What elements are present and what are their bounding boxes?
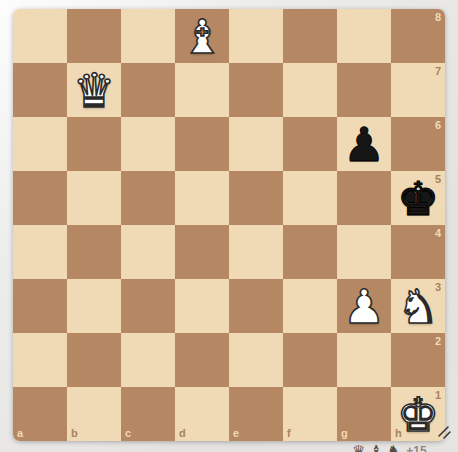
square-d4[interactable] xyxy=(175,225,229,279)
chess-board: ♝8♛7♟65♚4♟3♞2abcdefgh1♚ xyxy=(13,9,445,441)
file-label-g: g xyxy=(341,427,348,439)
square-b8[interactable] xyxy=(67,9,121,63)
square-c4[interactable] xyxy=(121,225,175,279)
square-g1[interactable]: g xyxy=(337,387,391,441)
square-c1[interactable]: c xyxy=(121,387,175,441)
square-a8[interactable] xyxy=(13,9,67,63)
square-f2[interactable] xyxy=(283,333,337,387)
square-a6[interactable] xyxy=(13,117,67,171)
square-c3[interactable] xyxy=(121,279,175,333)
square-d1[interactable]: d xyxy=(175,387,229,441)
square-c6[interactable] xyxy=(121,117,175,171)
black-king[interactable]: ♚ xyxy=(391,171,445,225)
square-g5[interactable] xyxy=(337,171,391,225)
square-f6[interactable] xyxy=(283,117,337,171)
square-g2[interactable] xyxy=(337,333,391,387)
square-e1[interactable]: e xyxy=(229,387,283,441)
square-b1[interactable]: b xyxy=(67,387,121,441)
square-h6[interactable]: 6 xyxy=(391,117,445,171)
square-h8[interactable]: 8 xyxy=(391,9,445,63)
captured-knight-icon: ♞ xyxy=(387,444,400,452)
board-resize-handle[interactable] xyxy=(435,423,453,441)
file-label-e: e xyxy=(233,427,239,439)
square-c8[interactable] xyxy=(121,9,175,63)
black-pawn[interactable]: ♟ xyxy=(337,117,391,171)
square-f3[interactable] xyxy=(283,279,337,333)
rank-label-7: 7 xyxy=(435,65,441,77)
file-label-d: d xyxy=(179,427,186,439)
square-d2[interactable] xyxy=(175,333,229,387)
square-h3[interactable]: 3♞ xyxy=(391,279,445,333)
square-a3[interactable] xyxy=(13,279,67,333)
white-pawn[interactable]: ♟ xyxy=(337,279,391,333)
square-h7[interactable]: 7 xyxy=(391,63,445,117)
square-f1[interactable]: f xyxy=(283,387,337,441)
white-bishop[interactable]: ♝ xyxy=(175,9,229,63)
rank-label-8: 8 xyxy=(435,11,441,23)
file-label-c: c xyxy=(125,427,131,439)
square-g7[interactable] xyxy=(337,63,391,117)
square-c2[interactable] xyxy=(121,333,175,387)
square-f5[interactable] xyxy=(283,171,337,225)
square-b4[interactable] xyxy=(67,225,121,279)
square-e6[interactable] xyxy=(229,117,283,171)
square-b6[interactable] xyxy=(67,117,121,171)
square-b2[interactable] xyxy=(67,333,121,387)
square-d8[interactable]: ♝ xyxy=(175,9,229,63)
captured-queen-icon: ♛ xyxy=(352,444,365,452)
square-c5[interactable] xyxy=(121,171,175,225)
square-b5[interactable] xyxy=(67,171,121,225)
file-label-a: a xyxy=(17,427,23,439)
square-a4[interactable] xyxy=(13,225,67,279)
file-label-f: f xyxy=(287,427,291,439)
square-d3[interactable] xyxy=(175,279,229,333)
square-h5[interactable]: 5♚ xyxy=(391,171,445,225)
white-knight[interactable]: ♞ xyxy=(391,279,445,333)
square-b7[interactable]: ♛ xyxy=(67,63,121,117)
square-a5[interactable] xyxy=(13,171,67,225)
square-e4[interactable] xyxy=(229,225,283,279)
square-h4[interactable]: 4 xyxy=(391,225,445,279)
square-f8[interactable] xyxy=(283,9,337,63)
square-e3[interactable] xyxy=(229,279,283,333)
rank-label-6: 6 xyxy=(435,119,441,131)
square-e8[interactable] xyxy=(229,9,283,63)
square-e2[interactable] xyxy=(229,333,283,387)
captured-bishop-icon: ♝ xyxy=(369,444,382,452)
square-a7[interactable] xyxy=(13,63,67,117)
rank-label-2: 2 xyxy=(435,335,441,347)
square-g3[interactable]: ♟ xyxy=(337,279,391,333)
rank-label-4: 4 xyxy=(435,227,441,239)
file-label-b: b xyxy=(71,427,78,439)
square-a2[interactable] xyxy=(13,333,67,387)
square-h2[interactable]: 2 xyxy=(391,333,445,387)
square-a1[interactable]: a xyxy=(13,387,67,441)
square-f7[interactable] xyxy=(283,63,337,117)
square-c7[interactable] xyxy=(121,63,175,117)
square-g8[interactable] xyxy=(337,9,391,63)
square-g4[interactable] xyxy=(337,225,391,279)
square-d7[interactable] xyxy=(175,63,229,117)
material-advantage-bar: ♛ ♝ ♞ +15 xyxy=(352,444,427,452)
square-b3[interactable] xyxy=(67,279,121,333)
square-e7[interactable] xyxy=(229,63,283,117)
square-f4[interactable] xyxy=(283,225,337,279)
square-g6[interactable]: ♟ xyxy=(337,117,391,171)
square-d5[interactable] xyxy=(175,171,229,225)
square-d6[interactable] xyxy=(175,117,229,171)
square-e5[interactable] xyxy=(229,171,283,225)
white-queen[interactable]: ♛ xyxy=(67,63,121,117)
material-advantage-value: +15 xyxy=(406,444,426,452)
